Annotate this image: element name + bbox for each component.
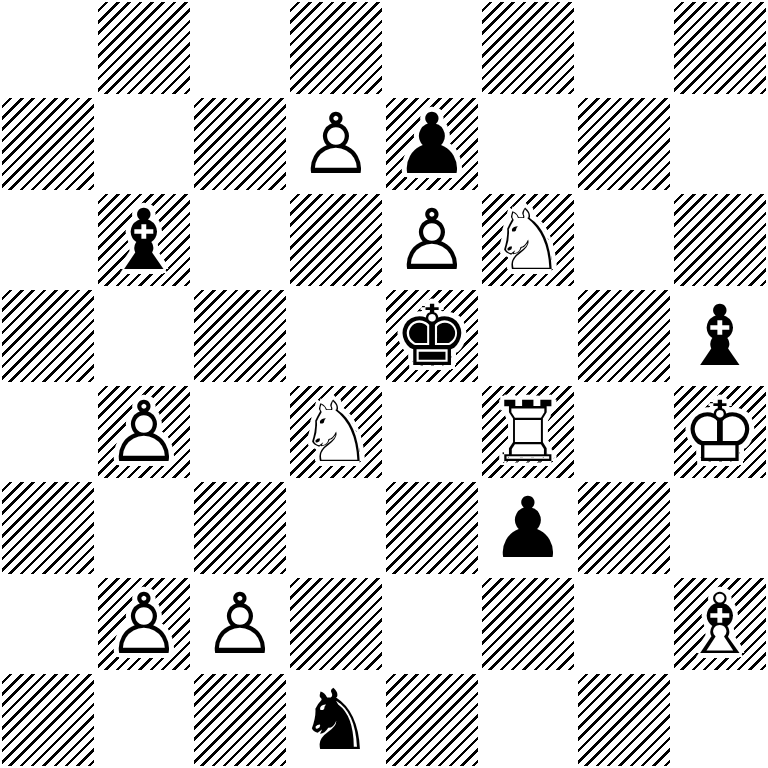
piece-black-bishop-h5[interactable]: ♝♝ [672,288,768,384]
square-e7[interactable]: ♟♟ [384,96,480,192]
black-king-icon: ♚ [384,288,480,384]
square-c1[interactable] [192,672,288,768]
black-pawn-icon: ♟ [480,480,576,576]
piece-white-knight-f6[interactable]: ♞♘ [480,192,576,288]
piece-white-pawn-e6[interactable]: ♟♙ [384,192,480,288]
white-knight-icon: ♘ [288,384,384,480]
square-d5[interactable] [288,288,384,384]
square-f7[interactable] [480,96,576,192]
piece-white-rook-f4[interactable]: ♜♖ [480,384,576,480]
square-h8[interactable] [672,0,768,96]
square-h7[interactable] [672,96,768,192]
square-f8[interactable] [480,0,576,96]
piece-white-knight-d4[interactable]: ♞♘ [288,384,384,480]
square-h3[interactable] [672,480,768,576]
square-a5[interactable] [0,288,96,384]
square-g5[interactable] [576,288,672,384]
piece-white-pawn-c2[interactable]: ♟♙ [192,576,288,672]
white-rook-icon: ♖ [480,384,576,480]
white-pawn-icon: ♙ [384,192,480,288]
piece-white-king-h4[interactable]: ♚♔ [672,384,768,480]
square-d3[interactable] [288,480,384,576]
square-h4[interactable]: ♚♔ [672,384,768,480]
white-knight-icon: ♘ [480,192,576,288]
piece-white-pawn-b2[interactable]: ♟♙ [96,576,192,672]
square-g3[interactable] [576,480,672,576]
square-h6[interactable] [672,192,768,288]
square-c2[interactable]: ♟♙ [192,576,288,672]
white-pawn-icon: ♙ [192,576,288,672]
square-f3[interactable]: ♟♟ [480,480,576,576]
square-c8[interactable] [192,0,288,96]
piece-black-pawn-e7[interactable]: ♟♟ [384,96,480,192]
square-e5[interactable]: ♚♚ [384,288,480,384]
white-pawn-icon: ♙ [288,96,384,192]
square-d8[interactable] [288,0,384,96]
square-g6[interactable] [576,192,672,288]
square-b1[interactable] [96,672,192,768]
square-c3[interactable] [192,480,288,576]
square-c6[interactable] [192,192,288,288]
white-pawn-icon: ♙ [96,576,192,672]
square-b5[interactable] [96,288,192,384]
square-a3[interactable] [0,480,96,576]
square-h5[interactable]: ♝♝ [672,288,768,384]
square-e4[interactable] [384,384,480,480]
black-bishop-icon: ♝ [672,288,768,384]
square-a8[interactable] [0,0,96,96]
chess-board: ♟♙♟♟♝♝♟♙♞♘♚♚♝♝♟♙♞♘♜♖♚♔♟♟♟♙♟♙♝♗♞♞ [0,0,768,768]
square-b2[interactable]: ♟♙ [96,576,192,672]
square-a2[interactable] [0,576,96,672]
square-e8[interactable] [384,0,480,96]
square-c4[interactable] [192,384,288,480]
piece-white-bishop-h2[interactable]: ♝♗ [672,576,768,672]
black-knight-icon: ♞ [288,672,384,768]
white-bishop-icon: ♗ [672,576,768,672]
square-a7[interactable] [0,96,96,192]
square-g1[interactable] [576,672,672,768]
square-f6[interactable]: ♞♘ [480,192,576,288]
piece-white-pawn-b4[interactable]: ♟♙ [96,384,192,480]
square-a6[interactable] [0,192,96,288]
black-bishop-icon: ♝ [96,192,192,288]
square-f5[interactable] [480,288,576,384]
white-king-icon: ♔ [672,384,768,480]
square-f1[interactable] [480,672,576,768]
square-d1[interactable]: ♞♞ [288,672,384,768]
square-c7[interactable] [192,96,288,192]
piece-white-pawn-d7[interactable]: ♟♙ [288,96,384,192]
square-b3[interactable] [96,480,192,576]
piece-black-pawn-f3[interactable]: ♟♟ [480,480,576,576]
square-d4[interactable]: ♞♘ [288,384,384,480]
square-e3[interactable] [384,480,480,576]
square-g8[interactable] [576,0,672,96]
square-b4[interactable]: ♟♙ [96,384,192,480]
square-d7[interactable]: ♟♙ [288,96,384,192]
square-e1[interactable] [384,672,480,768]
square-b7[interactable] [96,96,192,192]
black-pawn-icon: ♟ [384,96,480,192]
square-g7[interactable] [576,96,672,192]
piece-black-knight-d1[interactable]: ♞♞ [288,672,384,768]
white-pawn-icon: ♙ [96,384,192,480]
square-g4[interactable] [576,384,672,480]
square-c5[interactable] [192,288,288,384]
square-e2[interactable] [384,576,480,672]
square-f2[interactable] [480,576,576,672]
piece-black-king-e5[interactable]: ♚♚ [384,288,480,384]
square-g2[interactable] [576,576,672,672]
square-b8[interactable] [96,0,192,96]
square-d2[interactable] [288,576,384,672]
square-h1[interactable] [672,672,768,768]
square-f4[interactable]: ♜♖ [480,384,576,480]
square-b6[interactable]: ♝♝ [96,192,192,288]
square-h2[interactable]: ♝♗ [672,576,768,672]
piece-black-bishop-b6[interactable]: ♝♝ [96,192,192,288]
square-a4[interactable] [0,384,96,480]
square-a1[interactable] [0,672,96,768]
square-e6[interactable]: ♟♙ [384,192,480,288]
square-d6[interactable] [288,192,384,288]
